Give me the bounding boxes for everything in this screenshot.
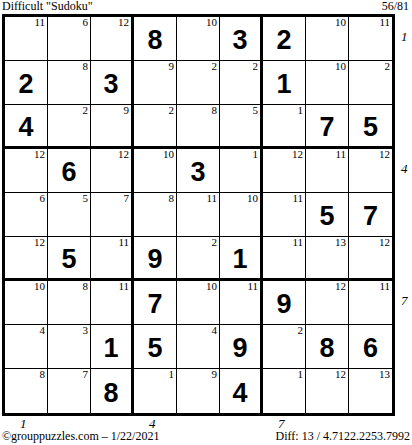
cell-r5c6[interactable]: 10 [220, 193, 263, 237]
cell-r9c5[interactable]: 9 [177, 369, 220, 413]
cell-r4c3[interactable]: 12 [91, 149, 134, 193]
hint-number: 2 [298, 324, 304, 337]
cell-r4c4[interactable]: 10 [134, 149, 177, 193]
cell-r4c6[interactable]: 1 [220, 149, 263, 193]
cell-r5c3[interactable]: 7 [91, 193, 134, 237]
given-digit: 5 [134, 325, 176, 368]
hint-number: 10 [247, 192, 258, 205]
given-digit: 8 [134, 17, 176, 60]
cell-r1c9[interactable]: 11 [349, 17, 392, 61]
given-digit: 1 [220, 237, 260, 278]
given-digit: 8 [91, 369, 131, 413]
row-label-7: 7 [401, 294, 408, 308]
hint-number: 12 [379, 236, 390, 249]
cell-r8c4: 5 [134, 325, 177, 369]
hint-number: 9 [124, 104, 130, 117]
cell-r1c4: 8 [134, 17, 177, 61]
given-digit: 6 [349, 325, 392, 368]
difficulty-text: Diff: 13 / 4.7122.2253.7992 [276, 429, 410, 444]
cell-r4c8[interactable]: 11 [306, 149, 349, 193]
hint-number: 13 [335, 236, 346, 249]
given-digit: 2 [5, 61, 47, 104]
cell-r8c7[interactable]: 2 [263, 325, 306, 369]
cell-r2c6[interactable]: 2 [220, 61, 263, 105]
hint-number: 11 [379, 16, 390, 29]
hint-number: 11 [292, 236, 303, 249]
cell-r4c9[interactable]: 12 [349, 149, 392, 193]
cell-r8c1[interactable]: 4 [5, 325, 48, 369]
cell-r3c8: 7 [306, 105, 349, 149]
cell-r7c9[interactable]: 11 [349, 281, 392, 325]
hint-number: 10 [335, 60, 346, 73]
cell-r7c2[interactable]: 8 [48, 281, 91, 325]
given-digit: 3 [91, 61, 131, 104]
puzzle-title: Difficult "Sudoku" [2, 0, 93, 14]
given-digit: 3 [177, 149, 219, 192]
hint-number: 6 [83, 16, 89, 29]
hint-number: 12 [292, 148, 303, 161]
given-digit: 4 [220, 369, 260, 413]
cell-r3c6[interactable]: 5 [220, 105, 263, 149]
hint-number: 10 [335, 16, 346, 29]
given-digit: 1 [91, 325, 131, 368]
sudoku-page: Difficult "Sudoku" 56/81 116128103210112… [0, 0, 412, 445]
cell-r6c7[interactable]: 11 [263, 237, 306, 281]
hint-number: 12 [335, 368, 346, 381]
cell-r5c4[interactable]: 8 [134, 193, 177, 237]
hint-number: 6 [40, 192, 46, 205]
given-digit: 9 [134, 237, 176, 278]
cell-r2c2[interactable]: 8 [48, 61, 91, 105]
given-digit: 2 [263, 17, 305, 60]
cell-r6c1[interactable]: 12 [5, 237, 48, 281]
cell-r9c2[interactable]: 7 [48, 369, 91, 413]
copyright-text: ©grouppuzzles.com – 1/22/2021 [2, 429, 159, 444]
cell-r6c5[interactable]: 2 [177, 237, 220, 281]
cell-r6c4: 9 [134, 237, 177, 281]
cell-r1c5[interactable]: 10 [177, 17, 220, 61]
cell-r8c8: 8 [306, 325, 349, 369]
cell-r4c1[interactable]: 12 [5, 149, 48, 193]
cell-r1c2[interactable]: 6 [48, 17, 91, 61]
hint-number: 1 [298, 368, 304, 381]
hint-number: 11 [34, 16, 45, 29]
hint-number: 10 [34, 280, 45, 293]
cell-r4c2: 6 [48, 149, 91, 193]
hint-number: 10 [206, 280, 217, 293]
hint-number: 12 [118, 148, 129, 161]
given-digit: 5 [48, 237, 90, 278]
given-digit: 3 [220, 17, 260, 60]
cell-r5c7[interactable]: 11 [263, 193, 306, 237]
hint-number: 2 [212, 60, 218, 73]
cell-r3c2[interactable]: 2 [48, 105, 91, 149]
hint-number: 7 [83, 368, 89, 381]
cell-r7c4: 7 [134, 281, 177, 325]
hint-number: 11 [118, 236, 129, 249]
hint-number: 7 [124, 192, 130, 205]
cell-r9c3: 8 [91, 369, 134, 413]
hint-number: 12 [379, 148, 390, 161]
given-digit: 5 [306, 193, 348, 236]
cell-r4c5: 3 [177, 149, 220, 193]
given-digit: 7 [134, 281, 176, 324]
given-digit: 7 [349, 193, 392, 236]
given-digit: 9 [263, 281, 305, 324]
cell-r5c9: 7 [349, 193, 392, 237]
hint-number: 9 [169, 60, 175, 73]
cell-r6c9[interactable]: 12 [349, 237, 392, 281]
hint-number: 2 [385, 60, 391, 73]
hint-number: 2 [253, 60, 259, 73]
cell-r2c9[interactable]: 2 [349, 61, 392, 105]
cell-r5c2[interactable]: 5 [48, 193, 91, 237]
cell-r9c8[interactable]: 12 [306, 369, 349, 413]
hint-number: 11 [335, 148, 346, 161]
hint-number: 5 [253, 104, 259, 117]
cell-r6c6: 1 [220, 237, 263, 281]
cell-r2c5[interactable]: 2 [177, 61, 220, 105]
cell-r4c7[interactable]: 12 [263, 149, 306, 193]
given-digit: 6 [48, 149, 90, 192]
hint-number: 8 [169, 192, 175, 205]
given-digit: 5 [349, 105, 392, 146]
cell-r8c9: 6 [349, 325, 392, 369]
hint-number: 8 [83, 280, 89, 293]
cell-r9c7[interactable]: 1 [263, 369, 306, 413]
cell-r5c8: 5 [306, 193, 349, 237]
row-label-4: 4 [401, 162, 408, 176]
hint-number: 2 [169, 104, 175, 117]
cell-r6c8[interactable]: 13 [306, 237, 349, 281]
hint-number: 11 [247, 280, 258, 293]
hint-number: 4 [40, 324, 46, 337]
cell-r6c2: 5 [48, 237, 91, 281]
cell-r7c3[interactable]: 11 [91, 281, 134, 325]
hint-number: 10 [163, 148, 174, 161]
cell-r2c4[interactable]: 9 [134, 61, 177, 105]
cell-r1c8[interactable]: 10 [306, 17, 349, 61]
cell-r7c5[interactable]: 10 [177, 281, 220, 325]
cell-r2c7: 1 [263, 61, 306, 105]
cell-r2c3: 3 [91, 61, 134, 105]
hint-number: 2 [212, 236, 218, 249]
cell-r8c3: 1 [91, 325, 134, 369]
cell-r5c5[interactable]: 11 [177, 193, 220, 237]
hint-number: 8 [212, 104, 218, 117]
hint-number: 11 [379, 280, 390, 293]
hint-number: 11 [118, 280, 129, 293]
cell-r5c1[interactable]: 6 [5, 193, 48, 237]
hint-number: 13 [379, 368, 390, 381]
hint-number: 8 [40, 368, 46, 381]
cell-r1c6: 3 [220, 17, 263, 61]
sudoku-board: 1161281032101128392211024292851751261210… [2, 14, 395, 416]
cell-r1c7: 2 [263, 17, 306, 61]
cell-r3c5[interactable]: 8 [177, 105, 220, 149]
hint-number: 3 [83, 324, 89, 337]
hint-number: 1 [298, 104, 304, 117]
cell-r3c7[interactable]: 1 [263, 105, 306, 149]
hint-number: 12 [335, 280, 346, 293]
cell-r7c1[interactable]: 10 [5, 281, 48, 325]
cell-r8c6: 9 [220, 325, 263, 369]
hint-number: 9 [212, 368, 218, 381]
cell-r8c2[interactable]: 3 [48, 325, 91, 369]
row-label-1: 1 [401, 30, 408, 44]
cell-r9c9[interactable]: 13 [349, 369, 392, 413]
cell-r2c1: 2 [5, 61, 48, 105]
cell-r3c4[interactable]: 2 [134, 105, 177, 149]
hint-number: 4 [212, 324, 218, 337]
hint-number: 11 [292, 192, 303, 205]
hint-number: 8 [83, 60, 89, 73]
cell-r3c3[interactable]: 9 [91, 105, 134, 149]
given-digit: 1 [263, 61, 305, 104]
given-digit: 4 [5, 105, 47, 146]
hint-number: 11 [206, 192, 217, 205]
hint-number: 5 [83, 192, 89, 205]
cell-r6c3[interactable]: 11 [91, 237, 134, 281]
cell-r9c4[interactable]: 1 [134, 369, 177, 413]
given-digit: 9 [220, 325, 260, 368]
cell-r2c8[interactable]: 10 [306, 61, 349, 105]
hint-number: 2 [83, 104, 89, 117]
cell-r3c9: 5 [349, 105, 392, 149]
empty-cell-counter: 56/81 [382, 0, 409, 14]
cell-r7c6[interactable]: 11 [220, 281, 263, 325]
hint-number: 12 [118, 16, 129, 29]
cell-r1c1[interactable]: 11 [5, 17, 48, 61]
hint-number: 10 [206, 16, 217, 29]
cell-r7c8[interactable]: 12 [306, 281, 349, 325]
cell-r9c1[interactable]: 8 [5, 369, 48, 413]
cell-r9c6: 4 [220, 369, 263, 413]
given-digit: 7 [306, 105, 348, 146]
hint-number: 12 [34, 236, 45, 249]
cell-r8c5[interactable]: 4 [177, 325, 220, 369]
cell-r3c1: 4 [5, 105, 48, 149]
cell-r1c3[interactable]: 12 [91, 17, 134, 61]
hint-number: 12 [34, 148, 45, 161]
hint-number: 1 [169, 368, 175, 381]
cell-r7c7: 9 [263, 281, 306, 325]
given-digit: 8 [306, 325, 348, 368]
hint-number: 1 [253, 148, 259, 161]
